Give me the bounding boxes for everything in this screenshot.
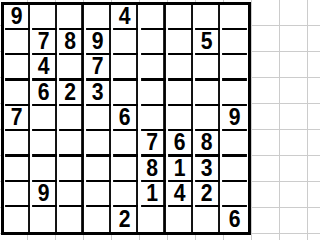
cell-r1c9[interactable] xyxy=(222,5,247,30)
cell-r8c2[interactable]: 9 xyxy=(32,182,57,207)
cell-r4c5[interactable] xyxy=(114,81,139,106)
cell-r3c3[interactable] xyxy=(59,55,84,81)
cell-r9c1[interactable] xyxy=(5,207,30,232)
cell-r5c9[interactable]: 9 xyxy=(222,106,247,131)
cell-r4c7[interactable] xyxy=(168,81,193,106)
cell-r5c4[interactable] xyxy=(86,106,111,131)
sudoku-board: 94789547623769768813914226 xyxy=(1,2,251,235)
cell-r5c3[interactable] xyxy=(59,106,84,131)
cell-r6c8[interactable]: 8 xyxy=(195,131,220,157)
cell-r6c9[interactable] xyxy=(222,131,247,157)
cell-r8c6[interactable]: 1 xyxy=(141,182,166,207)
cell-r2c4[interactable]: 9 xyxy=(86,30,111,55)
cell-r3c5[interactable] xyxy=(114,55,139,81)
cell-r3c4[interactable]: 7 xyxy=(86,55,111,81)
cell-r8c5[interactable] xyxy=(114,182,139,207)
cell-r3c9[interactable] xyxy=(222,55,247,81)
cell-r8c9[interactable] xyxy=(222,182,247,207)
cell-r6c1[interactable] xyxy=(5,131,30,157)
cell-r4c4[interactable]: 3 xyxy=(86,81,111,106)
cell-r1c1[interactable]: 9 xyxy=(5,5,30,30)
cell-r9c2[interactable] xyxy=(32,207,57,232)
cell-r6c7[interactable]: 6 xyxy=(168,131,193,157)
cell-r9c9[interactable]: 6 xyxy=(222,207,247,232)
cell-r8c4[interactable] xyxy=(86,182,111,207)
cell-r2c6[interactable] xyxy=(141,30,166,55)
cell-r4c1[interactable] xyxy=(5,81,30,106)
cell-r8c3[interactable] xyxy=(59,182,84,207)
cell-r1c5[interactable]: 4 xyxy=(114,5,139,30)
cell-r7c6[interactable]: 8 xyxy=(141,157,166,182)
cell-r3c6[interactable] xyxy=(141,55,166,81)
cell-r6c5[interactable] xyxy=(114,131,139,157)
cell-r3c2[interactable]: 4 xyxy=(32,55,57,81)
cell-r2c7[interactable] xyxy=(168,30,193,55)
cell-r5c7[interactable] xyxy=(168,106,193,131)
cell-r7c9[interactable] xyxy=(222,157,247,182)
cell-r2c8[interactable]: 5 xyxy=(195,30,220,55)
cell-r5c8[interactable] xyxy=(195,106,220,131)
cell-r4c8[interactable] xyxy=(195,81,220,106)
cell-r1c6[interactable] xyxy=(141,5,166,30)
cell-r1c7[interactable] xyxy=(168,5,193,30)
cell-r4c6[interactable] xyxy=(141,81,166,106)
cell-r9c6[interactable] xyxy=(141,207,166,232)
cell-r1c3[interactable] xyxy=(59,5,84,30)
cell-r2c1[interactable] xyxy=(5,30,30,55)
cell-r2c2[interactable]: 7 xyxy=(32,30,57,55)
cell-r2c3[interactable]: 8 xyxy=(59,30,84,55)
cell-r5c1[interactable]: 7 xyxy=(5,106,30,131)
cell-r1c2[interactable] xyxy=(32,5,57,30)
cell-r6c4[interactable] xyxy=(86,131,111,157)
cell-r5c2[interactable] xyxy=(32,106,57,131)
cell-r9c4[interactable] xyxy=(86,207,111,232)
cell-r7c8[interactable]: 3 xyxy=(195,157,220,182)
cell-r3c8[interactable] xyxy=(195,55,220,81)
cell-r7c1[interactable] xyxy=(5,157,30,182)
cell-r7c3[interactable] xyxy=(59,157,84,182)
cell-r5c6[interactable] xyxy=(141,106,166,131)
cell-r8c1[interactable] xyxy=(5,182,30,207)
cell-r3c1[interactable] xyxy=(5,55,30,81)
cell-r4c2[interactable]: 6 xyxy=(32,81,57,106)
cell-r8c7[interactable]: 4 xyxy=(168,182,193,207)
cell-r6c6[interactable]: 7 xyxy=(141,131,166,157)
cell-r7c2[interactable] xyxy=(32,157,57,182)
cell-r1c4[interactable] xyxy=(86,5,111,30)
cell-r9c3[interactable] xyxy=(59,207,84,232)
cell-r7c4[interactable] xyxy=(86,157,111,182)
cell-r9c5[interactable]: 2 xyxy=(114,207,139,232)
cell-r9c8[interactable] xyxy=(195,207,220,232)
cell-r8c8[interactable]: 2 xyxy=(195,182,220,207)
cell-r6c3[interactable] xyxy=(59,131,84,157)
cell-r1c8[interactable] xyxy=(195,5,220,30)
cell-r2c9[interactable] xyxy=(222,30,247,55)
cell-r4c3[interactable]: 2 xyxy=(59,81,84,106)
cell-r2c5[interactable] xyxy=(114,30,139,55)
cell-r7c5[interactable] xyxy=(114,157,139,182)
cell-r9c7[interactable] xyxy=(168,207,193,232)
cell-r6c2[interactable] xyxy=(32,131,57,157)
cell-r5c5[interactable]: 6 xyxy=(114,106,139,131)
cell-r7c7[interactable]: 1 xyxy=(168,157,193,182)
cell-r4c9[interactable] xyxy=(222,81,247,106)
cell-r3c7[interactable] xyxy=(168,55,193,81)
